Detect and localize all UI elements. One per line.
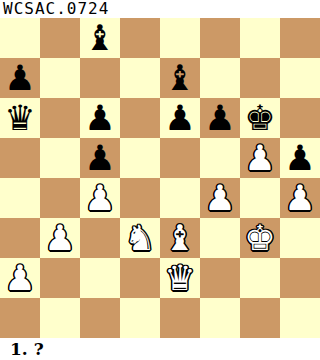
square-h5[interactable]: ♟ — [280, 138, 320, 178]
square-b1[interactable] — [40, 298, 80, 338]
square-a4[interactable] — [0, 178, 40, 218]
square-e2[interactable]: ♛ — [160, 258, 200, 298]
square-b7[interactable] — [40, 58, 80, 98]
square-g3[interactable]: ♚ — [240, 218, 280, 258]
square-b6[interactable] — [40, 98, 80, 138]
square-a5[interactable] — [0, 138, 40, 178]
square-c2[interactable] — [80, 258, 120, 298]
square-f6[interactable]: ♟ — [200, 98, 240, 138]
square-c3[interactable] — [80, 218, 120, 258]
square-f1[interactable] — [200, 298, 240, 338]
square-d8[interactable] — [120, 18, 160, 58]
square-h8[interactable] — [280, 18, 320, 58]
square-d4[interactable] — [120, 178, 160, 218]
chess-board: ♝♟♝♛♟♟♟♚♟♟♟♟♟♟♟♞♝♚♟♛ — [0, 18, 320, 338]
piece-bQ: ♛ — [4, 98, 35, 138]
square-h2[interactable] — [280, 258, 320, 298]
square-f7[interactable] — [200, 58, 240, 98]
square-h1[interactable] — [280, 298, 320, 338]
square-b8[interactable] — [40, 18, 80, 58]
piece-wP: ♟ — [4, 258, 35, 298]
diagram-title: WCSAC.0724 — [0, 0, 320, 18]
piece-bB: ♝ — [84, 18, 115, 58]
square-f8[interactable] — [200, 18, 240, 58]
square-h7[interactable] — [280, 58, 320, 98]
piece-bP: ♟ — [204, 98, 235, 138]
square-c4[interactable]: ♟ — [80, 178, 120, 218]
move-prompt: 1. ? — [0, 338, 320, 360]
square-c6[interactable]: ♟ — [80, 98, 120, 138]
square-b5[interactable] — [40, 138, 80, 178]
square-a1[interactable] — [0, 298, 40, 338]
square-f2[interactable] — [200, 258, 240, 298]
square-a8[interactable] — [0, 18, 40, 58]
square-g8[interactable] — [240, 18, 280, 58]
square-h6[interactable] — [280, 98, 320, 138]
square-e6[interactable]: ♟ — [160, 98, 200, 138]
square-f5[interactable] — [200, 138, 240, 178]
square-a7[interactable]: ♟ — [0, 58, 40, 98]
square-g7[interactable] — [240, 58, 280, 98]
square-e1[interactable] — [160, 298, 200, 338]
square-h4[interactable]: ♟ — [280, 178, 320, 218]
square-e8[interactable] — [160, 18, 200, 58]
piece-bK: ♚ — [244, 98, 275, 138]
square-b2[interactable] — [40, 258, 80, 298]
piece-bP: ♟ — [284, 138, 315, 178]
piece-wQ: ♛ — [164, 258, 195, 298]
chess-diagram-screen: WCSAC.0724 ♝♟♝♛♟♟♟♚♟♟♟♟♟♟♟♞♝♚♟♛ 1. ? — [0, 0, 320, 360]
square-g5[interactable]: ♟ — [240, 138, 280, 178]
square-d6[interactable] — [120, 98, 160, 138]
piece-bB: ♝ — [164, 58, 195, 98]
square-f4[interactable]: ♟ — [200, 178, 240, 218]
square-f3[interactable] — [200, 218, 240, 258]
piece-bP: ♟ — [84, 98, 115, 138]
piece-wP: ♟ — [244, 138, 275, 178]
piece-bP: ♟ — [4, 58, 35, 98]
square-g6[interactable]: ♚ — [240, 98, 280, 138]
square-g2[interactable] — [240, 258, 280, 298]
square-d3[interactable]: ♞ — [120, 218, 160, 258]
square-c5[interactable]: ♟ — [80, 138, 120, 178]
square-g4[interactable] — [240, 178, 280, 218]
square-d1[interactable] — [120, 298, 160, 338]
piece-wP: ♟ — [284, 178, 315, 218]
square-c7[interactable] — [80, 58, 120, 98]
square-g1[interactable] — [240, 298, 280, 338]
square-a2[interactable]: ♟ — [0, 258, 40, 298]
square-d7[interactable] — [120, 58, 160, 98]
square-a3[interactable] — [0, 218, 40, 258]
piece-wP: ♟ — [44, 218, 75, 258]
square-b3[interactable]: ♟ — [40, 218, 80, 258]
piece-bP: ♟ — [84, 138, 115, 178]
piece-bP: ♟ — [164, 98, 195, 138]
piece-wK: ♚ — [244, 218, 275, 258]
square-e7[interactable]: ♝ — [160, 58, 200, 98]
square-c1[interactable] — [80, 298, 120, 338]
square-b4[interactable] — [40, 178, 80, 218]
square-e4[interactable] — [160, 178, 200, 218]
piece-wB: ♝ — [164, 218, 195, 258]
piece-wN: ♞ — [124, 218, 155, 258]
piece-wP: ♟ — [204, 178, 235, 218]
piece-wP: ♟ — [84, 178, 115, 218]
square-d5[interactable] — [120, 138, 160, 178]
square-e3[interactable]: ♝ — [160, 218, 200, 258]
square-h3[interactable] — [280, 218, 320, 258]
square-c8[interactable]: ♝ — [80, 18, 120, 58]
square-d2[interactable] — [120, 258, 160, 298]
square-e5[interactable] — [160, 138, 200, 178]
square-a6[interactable]: ♛ — [0, 98, 40, 138]
